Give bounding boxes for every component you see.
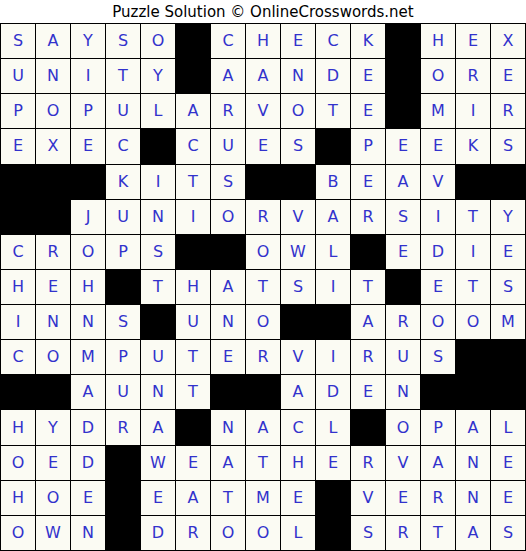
grid-cell-r1c1: S <box>1 24 35 58</box>
grid-cell-r2c8: A <box>246 59 280 93</box>
block-cell-r11c1 <box>1 375 35 409</box>
grid-cell-r1c5: O <box>141 24 175 58</box>
grid-cell-r4c7: U <box>211 129 245 163</box>
block-cell-r12c6 <box>176 410 210 444</box>
grid-cell-r8c11: T <box>351 270 385 304</box>
block-cell-r14c10 <box>316 481 350 515</box>
grid-cell-r11c6: T <box>176 375 210 409</box>
grid-cell-r13c2: E <box>36 446 70 480</box>
block-cell-r2c6 <box>176 59 210 93</box>
grid-cell-r8c8: T <box>246 270 280 304</box>
block-cell-r15c10 <box>316 516 350 550</box>
grid-cell-r3c10: T <box>316 94 350 128</box>
grid-cell-r5c5: I <box>141 165 175 199</box>
grid-cell-r4c11: P <box>351 129 385 163</box>
grid-cell-r8c7: A <box>211 270 245 304</box>
grid-cell-r9c4: S <box>106 305 140 339</box>
grid-cell-r13c1: O <box>1 446 35 480</box>
grid-cell-r1c8: H <box>246 24 280 58</box>
grid-cell-r12c1: H <box>1 410 35 444</box>
grid-cell-r6c5: N <box>141 200 175 234</box>
grid-cell-r12c4: R <box>106 410 140 444</box>
grid-cell-r9c3: N <box>71 305 105 339</box>
grid-cell-r3c8: V <box>246 94 280 128</box>
grid-cell-r2c1: U <box>1 59 35 93</box>
block-cell-r11c8 <box>246 375 280 409</box>
grid-cell-r9c8: O <box>246 305 280 339</box>
grid-cell-r2c3: I <box>71 59 105 93</box>
grid-cell-r13c12: V <box>386 446 420 480</box>
grid-cell-r2c10: D <box>316 59 350 93</box>
page-title: Puzzle Solution © OnlineCrosswords.net <box>0 0 526 23</box>
grid-cell-r8c5: T <box>141 270 175 304</box>
grid-cell-r9c12: R <box>386 305 420 339</box>
block-cell-r7c11 <box>351 235 385 269</box>
grid-cell-r8c10: I <box>316 270 350 304</box>
grid-cell-r6c3: J <box>71 200 105 234</box>
grid-cell-r7c2: R <box>36 235 70 269</box>
grid-cell-r15c2: W <box>36 516 70 550</box>
block-cell-r1c12 <box>386 24 420 58</box>
grid-cell-r15c14: A <box>456 516 490 550</box>
block-cell-r5c2 <box>36 165 70 199</box>
grid-cell-r15c13: T <box>421 516 455 550</box>
grid-cell-r7c4: P <box>106 235 140 269</box>
block-cell-r11c7 <box>211 375 245 409</box>
grid-cell-r5c7: S <box>211 165 245 199</box>
block-cell-r6c1 <box>1 200 35 234</box>
grid-cell-r14c3: E <box>71 481 105 515</box>
grid-cell-r4c8: E <box>246 129 280 163</box>
block-cell-r12c11 <box>351 410 385 444</box>
grid-cell-r11c3: A <box>71 375 105 409</box>
grid-cell-r4c1: E <box>1 129 35 163</box>
grid-cell-r10c6: T <box>176 340 210 374</box>
grid-cell-r2c15: E <box>491 59 525 93</box>
grid-cell-r12c9: C <box>281 410 315 444</box>
grid-cell-r3c1: P <box>1 94 35 128</box>
grid-cell-r6c4: U <box>106 200 140 234</box>
block-cell-r7c6 <box>176 235 210 269</box>
grid-cell-r7c12: E <box>386 235 420 269</box>
grid-cell-r8c2: E <box>36 270 70 304</box>
grid-cell-r13c3: D <box>71 446 105 480</box>
grid-cell-r6c15: Y <box>491 200 525 234</box>
grid-cell-r4c3: E <box>71 129 105 163</box>
grid-cell-r4c9: S <box>281 129 315 163</box>
grid-cell-r4c2: X <box>36 129 70 163</box>
grid-cell-r2c9: N <box>281 59 315 93</box>
grid-cell-r10c11: R <box>351 340 385 374</box>
grid-cell-r10c1: C <box>1 340 35 374</box>
grid-cell-r14c14: N <box>456 481 490 515</box>
block-cell-r5c8 <box>246 165 280 199</box>
block-cell-r10c15 <box>491 340 525 374</box>
grid-cell-r10c5: U <box>141 340 175 374</box>
grid-cell-r4c14: K <box>456 129 490 163</box>
grid-cell-r11c10: D <box>316 375 350 409</box>
grid-cell-r13c8: T <box>246 446 280 480</box>
grid-cell-r12c5: A <box>141 410 175 444</box>
grid-cell-r15c6: R <box>176 516 210 550</box>
grid-cell-r6c8: R <box>246 200 280 234</box>
grid-cell-r3c9: O <box>281 94 315 128</box>
block-cell-r8c4 <box>106 270 140 304</box>
grid-cell-r13c10: E <box>316 446 350 480</box>
grid-cell-r11c5: N <box>141 375 175 409</box>
grid-cell-r9c2: N <box>36 305 70 339</box>
grid-cell-r13c11: R <box>351 446 385 480</box>
grid-cell-r2c14: R <box>456 59 490 93</box>
grid-cell-r15c12: R <box>386 516 420 550</box>
grid-cell-r15c8: O <box>246 516 280 550</box>
grid-cell-r9c14: O <box>456 305 490 339</box>
grid-cell-r10c3: M <box>71 340 105 374</box>
grid-cell-r2c2: N <box>36 59 70 93</box>
block-cell-r14c4 <box>106 481 140 515</box>
grid-cell-r1c4: S <box>106 24 140 58</box>
grid-cell-r15c9: L <box>281 516 315 550</box>
block-cell-r13c4 <box>106 446 140 480</box>
grid-cell-r14c8: M <box>246 481 280 515</box>
grid-cell-r14c2: O <box>36 481 70 515</box>
grid-cell-r8c13: E <box>421 270 455 304</box>
grid-cell-r12c14: A <box>456 410 490 444</box>
grid-cell-r14c5: E <box>141 481 175 515</box>
block-cell-r5c3 <box>71 165 105 199</box>
block-cell-r5c15 <box>491 165 525 199</box>
grid-cell-r13c5: W <box>141 446 175 480</box>
grid-cell-r15c3: N <box>71 516 105 550</box>
grid-cell-r9c15: M <box>491 305 525 339</box>
grid-cell-r10c7: E <box>211 340 245 374</box>
crossword-board: SAYSOCHECKHEXUNITYAANDEOREPOPULARVOTEMIR… <box>0 23 526 551</box>
grid-cell-r1c3: Y <box>71 24 105 58</box>
block-cell-r5c14 <box>456 165 490 199</box>
grid-cell-r13c9: H <box>281 446 315 480</box>
block-cell-r15c4 <box>106 516 140 550</box>
grid-cell-r8c3: H <box>71 270 105 304</box>
grid-cell-r3c11: E <box>351 94 385 128</box>
grid-cell-r12c10: L <box>316 410 350 444</box>
grid-cell-r1c14: E <box>456 24 490 58</box>
grid-cell-r10c8: R <box>246 340 280 374</box>
grid-cell-r6c10: A <box>316 200 350 234</box>
grid-cell-r3c3: P <box>71 94 105 128</box>
grid-cell-r7c15: E <box>491 235 525 269</box>
grid-cell-r14c9: E <box>281 481 315 515</box>
grid-cell-r2c11: E <box>351 59 385 93</box>
grid-cell-r4c13: E <box>421 129 455 163</box>
grid-cell-r11c11: E <box>351 375 385 409</box>
grid-cell-r3c2: O <box>36 94 70 128</box>
grid-cell-r9c11: A <box>351 305 385 339</box>
grid-cell-r15c11: S <box>351 516 385 550</box>
grid-cell-r6c7: O <box>211 200 245 234</box>
grid-cell-r4c12: E <box>386 129 420 163</box>
grid-cell-r9c13: O <box>421 305 455 339</box>
block-cell-r10c14 <box>456 340 490 374</box>
grid-cell-r3c5: L <box>141 94 175 128</box>
grid-cell-r8c1: H <box>1 270 35 304</box>
block-cell-r4c10 <box>316 129 350 163</box>
block-cell-r8c12 <box>386 270 420 304</box>
block-cell-r5c9 <box>281 165 315 199</box>
block-cell-r4c5 <box>141 129 175 163</box>
grid-cell-r2c7: A <box>211 59 245 93</box>
grid-cell-r1c2: A <box>36 24 70 58</box>
grid-cell-r3c14: I <box>456 94 490 128</box>
block-cell-r11c14 <box>456 375 490 409</box>
grid-cell-r5c6: T <box>176 165 210 199</box>
block-cell-r11c2 <box>36 375 70 409</box>
grid-cell-r12c8: A <box>246 410 280 444</box>
grid-cell-r3c7: R <box>211 94 245 128</box>
grid-cell-r13c15: E <box>491 446 525 480</box>
grid-cell-r6c9: V <box>281 200 315 234</box>
block-cell-r11c13 <box>421 375 455 409</box>
block-cell-r3c12 <box>386 94 420 128</box>
grid-cell-r1c11: K <box>351 24 385 58</box>
grid-cell-r3c4: U <box>106 94 140 128</box>
grid-cell-r15c5: D <box>141 516 175 550</box>
grid-cell-r7c13: D <box>421 235 455 269</box>
grid-cell-r11c4: U <box>106 375 140 409</box>
grid-cell-r4c4: C <box>106 129 140 163</box>
grid-cell-r5c10: B <box>316 165 350 199</box>
grid-cell-r10c13: S <box>421 340 455 374</box>
grid-cell-r7c1: C <box>1 235 35 269</box>
grid-cell-r10c2: O <box>36 340 70 374</box>
grid-cell-r3c13: M <box>421 94 455 128</box>
grid-cell-r1c9: E <box>281 24 315 58</box>
grid-cell-r6c13: I <box>421 200 455 234</box>
grid-cell-r12c12: O <box>386 410 420 444</box>
grid-cell-r5c11: E <box>351 165 385 199</box>
block-cell-r9c9 <box>281 305 315 339</box>
grid-cell-r11c12: N <box>386 375 420 409</box>
grid-cell-r10c12: U <box>386 340 420 374</box>
grid-cell-r2c5: Y <box>141 59 175 93</box>
grid-cell-r8c15: S <box>491 270 525 304</box>
grid-cell-r5c12: A <box>386 165 420 199</box>
grid-cell-r12c15: L <box>491 410 525 444</box>
grid-cell-r6c11: R <box>351 200 385 234</box>
grid-cell-r7c5: S <box>141 235 175 269</box>
grid-cell-r14c13: R <box>421 481 455 515</box>
grid-cell-r10c4: P <box>106 340 140 374</box>
grid-cell-r8c9: S <box>281 270 315 304</box>
grid-cell-r12c3: D <box>71 410 105 444</box>
grid-cell-r9c7: N <box>211 305 245 339</box>
grid-cell-r1c7: C <box>211 24 245 58</box>
block-cell-r9c10 <box>316 305 350 339</box>
grid-cell-r13c7: A <box>211 446 245 480</box>
grid-cell-r14c15: E <box>491 481 525 515</box>
block-cell-r7c7 <box>211 235 245 269</box>
grid-cell-r10c9: V <box>281 340 315 374</box>
grid-cell-r7c8: O <box>246 235 280 269</box>
grid-cell-r4c15: S <box>491 129 525 163</box>
grid-cell-r1c15: X <box>491 24 525 58</box>
block-cell-r11c15 <box>491 375 525 409</box>
grid-cell-r6c6: I <box>176 200 210 234</box>
grid-cell-r13c13: A <box>421 446 455 480</box>
grid-cell-r3c15: R <box>491 94 525 128</box>
grid-cell-r15c15: S <box>491 516 525 550</box>
grid-cell-r14c1: H <box>1 481 35 515</box>
grid-cell-r9c1: I <box>1 305 35 339</box>
grid-cell-r7c14: I <box>456 235 490 269</box>
grid-cell-r10c10: I <box>316 340 350 374</box>
grid-cell-r12c7: N <box>211 410 245 444</box>
grid-cell-r7c3: O <box>71 235 105 269</box>
grid-cell-r14c6: A <box>176 481 210 515</box>
grid-cell-r14c7: T <box>211 481 245 515</box>
grid-cell-r7c9: W <box>281 235 315 269</box>
grid-cell-r11c9: A <box>281 375 315 409</box>
grid-cell-r14c11: V <box>351 481 385 515</box>
grid-cell-r1c13: H <box>421 24 455 58</box>
grid-cell-r9c6: U <box>176 305 210 339</box>
grid-cell-r5c13: V <box>421 165 455 199</box>
grid-cell-r3c6: A <box>176 94 210 128</box>
grid-cell-r8c6: H <box>176 270 210 304</box>
grid-cell-r13c14: N <box>456 446 490 480</box>
grid-cell-r2c13: O <box>421 59 455 93</box>
block-cell-r2c12 <box>386 59 420 93</box>
grid-cell-r7c10: L <box>316 235 350 269</box>
block-cell-r6c2 <box>36 200 70 234</box>
grid-cell-r4c6: C <box>176 129 210 163</box>
grid-cell-r15c7: O <box>211 516 245 550</box>
grid-cell-r14c12: E <box>386 481 420 515</box>
grid-cell-r15c1: O <box>1 516 35 550</box>
grid-cell-r12c13: P <box>421 410 455 444</box>
grid-cell-r2c4: T <box>106 59 140 93</box>
block-cell-r5c1 <box>1 165 35 199</box>
block-cell-r1c6 <box>176 24 210 58</box>
block-cell-r9c5 <box>141 305 175 339</box>
grid-cell-r6c14: T <box>456 200 490 234</box>
grid-cell-r5c4: K <box>106 165 140 199</box>
grid-cell-r13c6: E <box>176 446 210 480</box>
grid-cell-r12c2: Y <box>36 410 70 444</box>
grid-cell-r8c14: T <box>456 270 490 304</box>
grid-cell-r1c10: C <box>316 24 350 58</box>
grid-cell-r6c12: S <box>386 200 420 234</box>
